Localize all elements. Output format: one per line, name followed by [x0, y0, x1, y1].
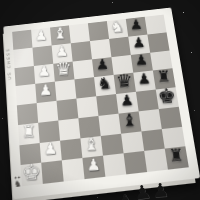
piece-black-P-c7[interactable]: ♟	[134, 54, 148, 69]
piece-black-P-b7[interactable]: ♟	[132, 36, 146, 50]
square-a6[interactable]: ♞	[107, 19, 128, 39]
square-c3[interactable]: ♛	[53, 61, 74, 82]
piece-white-Q-c3[interactable]: ♛	[55, 60, 72, 79]
piece-white-K-h1[interactable]: ♚	[22, 161, 41, 183]
piece-white-N-a6[interactable]: ♞	[110, 19, 125, 35]
photo-frame: US CHESS ✦✦ ♞ ♟♝♞♟♟♟♟♛♟♟♟♞♛♟♜♟♚♜♝♟♝♚♟♜ ♟…	[0, 0, 200, 200]
mat-grain-specks	[3, 27, 4, 28]
piece-white-P-a2[interactable]: ♟	[35, 29, 48, 43]
square-f5[interactable]	[98, 113, 121, 135]
square-f3[interactable]	[58, 118, 80, 140]
chess-board: ♟♝♞♟♟♟♟♛♟♟♟♞♛♟♜♟♚♜♝♟♝♚♟♜	[12, 15, 189, 187]
square-d2[interactable]: ♟	[35, 82, 56, 103]
table-dust-specks	[0, 0, 1, 1]
square-a5[interactable]	[88, 21, 109, 41]
piece-black-Q-d6[interactable]: ♛	[115, 72, 133, 91]
square-e3[interactable]	[57, 99, 79, 121]
square-h2[interactable]	[41, 161, 63, 184]
piece-white-P-h4[interactable]: ♟	[86, 157, 101, 174]
square-g5[interactable]	[101, 133, 124, 156]
square-d3[interactable]	[55, 80, 77, 101]
square-h3[interactable]	[62, 158, 85, 181]
square-g3[interactable]	[60, 138, 82, 161]
piece-black-P-c5[interactable]: ♟	[96, 58, 110, 73]
chess-board-mat: US CHESS ✦✦ ♞ ♟♝♞♟♟♟♟♛♟♟♟♞♛♟♜♟♚♜♝♟♝♚♟♜	[3, 8, 200, 200]
square-a8[interactable]	[145, 15, 167, 35]
piece-black-R-d8[interactable]: ♜	[156, 69, 172, 85]
piece-black-R-h8[interactable]: ♜	[168, 147, 184, 165]
square-a2[interactable]: ♟	[31, 28, 52, 48]
piece-white-P-g2[interactable]: ♟	[44, 142, 58, 158]
piece-white-R-f1[interactable]: ♜	[21, 123, 36, 140]
piece-white-B-g4[interactable]: ♝	[83, 136, 99, 154]
square-b8[interactable]	[147, 32, 169, 52]
piece-black-B-f6[interactable]: ♝	[121, 111, 138, 129]
square-d4[interactable]	[74, 77, 96, 98]
square-f6[interactable]: ♝	[119, 111, 142, 133]
piece-white-B-a3[interactable]: ♝	[53, 25, 68, 41]
square-d1[interactable]	[16, 84, 37, 105]
captured-black-pawn: ♟	[133, 182, 153, 200]
square-f1[interactable]: ♜	[18, 123, 40, 145]
square-g6[interactable]	[121, 131, 144, 154]
board-mat-wrapper: US CHESS ✦✦ ♞ ♟♝♞♟♟♟♟♛♟♟♟♞♛♟♜♟♚♜♝♟♝♚♟♜	[3, 8, 200, 200]
square-e5[interactable]	[96, 94, 118, 116]
piece-black-P-e6[interactable]: ♟	[120, 93, 134, 108]
piece-black-P-a7[interactable]: ♟	[129, 18, 143, 32]
square-e4[interactable]	[76, 96, 98, 118]
square-c4[interactable]	[73, 59, 94, 80]
square-h8[interactable]: ♜	[165, 147, 189, 170]
piece-white-P-d2[interactable]: ♟	[39, 83, 52, 98]
square-f8[interactable]	[159, 107, 182, 129]
square-a1[interactable]	[12, 30, 32, 50]
square-e2[interactable]	[37, 101, 59, 123]
captured-black-pawn: ♟	[115, 191, 135, 200]
square-b4[interactable]	[71, 41, 92, 61]
square-h5[interactable]	[103, 154, 126, 177]
captured-black-pawn: ♟	[151, 180, 169, 200]
piece-white-P-b3[interactable]: ♟	[55, 44, 68, 58]
square-c1[interactable]	[14, 66, 35, 87]
square-a4[interactable]	[69, 23, 90, 43]
square-g2[interactable]: ♟	[40, 140, 62, 163]
piece-black-K-e8[interactable]: ♚	[157, 85, 177, 105]
piece-white-P-c2[interactable]: ♟	[38, 65, 51, 80]
square-h1[interactable]: ♚	[21, 163, 43, 186]
square-h6[interactable]	[124, 151, 147, 174]
piece-black-P-d7[interactable]: ♟	[137, 72, 151, 87]
square-d5[interactable]: ♞	[94, 75, 116, 96]
square-e8[interactable]: ♚	[156, 87, 179, 109]
square-b1[interactable]	[13, 47, 34, 67]
piece-black-N-d5[interactable]: ♞	[97, 75, 113, 92]
square-h4[interactable]: ♟	[82, 156, 105, 179]
square-b6[interactable]	[109, 36, 131, 56]
